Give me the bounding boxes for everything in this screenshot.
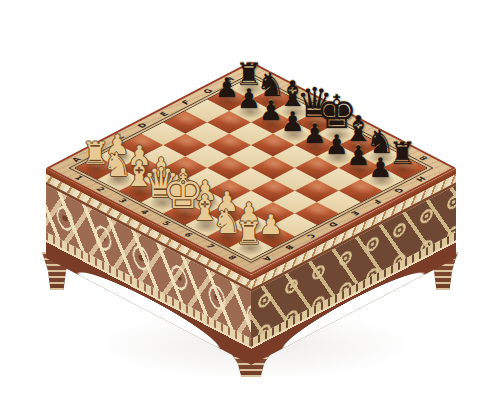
coord-number-bottom-7: 7 (204, 243, 217, 250)
coord-letter-right-B: B (283, 244, 296, 251)
coord-number-bottom-6: 6 (182, 231, 195, 238)
piece-black-pawn[interactable]: ♟ (237, 85, 261, 112)
coord-number-bottom-8: 8 (226, 254, 239, 261)
piece-black-pawn[interactable]: ♟ (215, 74, 239, 101)
coord-number-bottom-2: 2 (94, 186, 107, 193)
coord-letter-left-G: G (201, 87, 215, 94)
coord-letter-left-D: D (136, 122, 150, 129)
coord-letter-right-A: A (261, 255, 274, 262)
piece-black-pawn[interactable]: ♟ (281, 108, 305, 135)
piece-black-pawn[interactable]: ♟ (302, 119, 326, 146)
piece-black-pawn[interactable]: ♟ (324, 131, 348, 158)
piece-black-pawn[interactable]: ♟ (368, 154, 392, 181)
piece-black-pawn[interactable]: ♟ (346, 142, 370, 169)
coord-letter-right-C: C (305, 232, 318, 239)
coord-letter-left-F: F (180, 99, 193, 106)
coord-letter-left-E: E (158, 110, 171, 117)
piece-black-rook[interactable]: ♜ (388, 138, 416, 169)
coord-letter-right-H: H (414, 175, 428, 182)
piece-white-rook[interactable]: ♜ (235, 218, 263, 249)
coord-number-bottom-5: 5 (160, 220, 173, 227)
coord-number-top-8: 8 (417, 155, 430, 162)
coord-letter-right-E: E (349, 210, 362, 217)
coord-letter-right-G: G (392, 187, 406, 194)
piece-black-pawn[interactable]: ♟ (259, 97, 283, 124)
chess-set-photo: 11AA22BB33CC44DD55EE66FF77GG88HH ♜♞♝♛♚♝♞… (0, 0, 500, 400)
coord-letter-right-F: F (371, 198, 384, 205)
coord-number-bottom-3: 3 (116, 197, 129, 204)
coord-number-bottom-1: 1 (72, 174, 85, 181)
coord-letter-right-D: D (327, 221, 341, 228)
coord-number-bottom-4: 4 (138, 209, 151, 216)
